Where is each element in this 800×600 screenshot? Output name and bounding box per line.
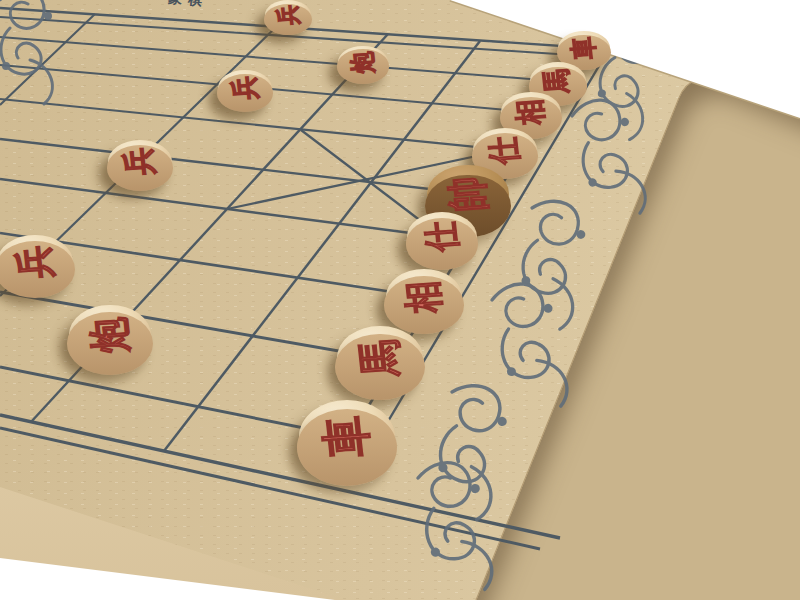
piece-red-soldier-d[interactable]: 兵: [0, 235, 73, 290]
piece-glyph: 兵: [116, 147, 164, 177]
piece-red-soldier-c[interactable]: 兵: [108, 140, 172, 184]
piece-glyph: 兵: [271, 4, 305, 26]
piece-red-advisor-a[interactable]: 仕: [473, 128, 537, 172]
piece-glyph: 相: [395, 279, 452, 315]
piece-red-cannon-a[interactable]: 炮: [338, 46, 388, 79]
piece-red-elephant-b[interactable]: 相: [386, 269, 462, 324]
piece-glyph: 兵: [225, 75, 265, 101]
piece-glyph: 相: [509, 98, 554, 126]
piece-glyph: 仕: [416, 220, 468, 253]
piece-red-soldier-a[interactable]: 兵: [265, 0, 311, 30]
xiangqi-scene: 象棋 兵車炮馬兵相仕兵帥仕兵相炮馬車: [0, 0, 800, 600]
piece-red-soldier-b[interactable]: 兵: [218, 70, 272, 106]
piece-red-elephant-a[interactable]: 相: [501, 92, 561, 132]
piece-glyph: 炮: [344, 50, 381, 74]
piece-glyph: 車: [565, 36, 603, 61]
piece-glyph: 馬: [537, 68, 579, 95]
piece-glyph: 仕: [481, 135, 529, 165]
piece-glyph: 帥: [437, 175, 498, 214]
piece-red-cannon-b[interactable]: 炮: [69, 305, 151, 366]
piece-red-chariot-a[interactable]: 車: [558, 31, 610, 65]
piece-red-advisor-b[interactable]: 仕: [407, 212, 477, 262]
piece-glyph: 兵: [6, 244, 63, 280]
piece-red-chariot-b[interactable]: 車: [299, 400, 395, 474]
piece-glyph: 炮: [79, 316, 140, 355]
piece-glyph: 車: [311, 414, 382, 460]
piece-red-horse-b[interactable]: 馬: [337, 326, 423, 390]
piece-glyph: 馬: [348, 338, 412, 379]
